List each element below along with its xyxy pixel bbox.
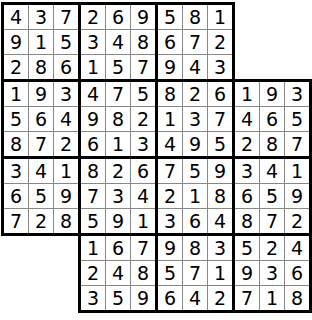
sudoku-cell-r7c3[interactable]: 1 [54, 158, 80, 184]
sudoku-cell-r2c6[interactable]: 8 [131, 30, 157, 55]
sudoku-cell-r8c4[interactable]: 7 [80, 184, 106, 209]
sudoku-cell-r4c6[interactable]: 5 [131, 81, 157, 107]
sudoku-cell-r8c3[interactable]: 9 [54, 184, 80, 209]
outside-board-area [260, 30, 285, 55]
sudoku-cell-r12c10[interactable]: 7 [234, 286, 260, 312]
outside-board-area [54, 235, 80, 261]
sudoku-cell-r10c11[interactable]: 2 [260, 235, 285, 261]
sudoku-cell-r5c3[interactable]: 4 [54, 107, 80, 132]
sudoku-cell-r3c9[interactable]: 3 [208, 55, 234, 81]
sudoku-cell-r7c7[interactable]: 7 [157, 158, 183, 184]
sudoku-cell-r7c10[interactable]: 3 [234, 158, 260, 184]
sudoku-cell-r9c11[interactable]: 7 [260, 209, 285, 235]
sudoku-board: 4372695819153486722861579431934758261935… [1, 2, 312, 313]
sudoku-cell-r5c10[interactable]: 4 [234, 107, 260, 132]
sudoku-cell-r7c4[interactable]: 8 [80, 158, 106, 184]
sudoku-cell-r1c8[interactable]: 8 [183, 4, 208, 30]
sudoku-cell-r7c12[interactable]: 1 [285, 158, 311, 184]
sudoku-cell-r11c9[interactable]: 1 [208, 261, 234, 286]
sudoku-cell-r11c12[interactable]: 6 [285, 261, 311, 286]
sudoku-cell-r7c11[interactable]: 4 [260, 158, 285, 184]
sudoku-cell-r4c8[interactable]: 2 [183, 81, 208, 107]
sudoku-cell-r1c2[interactable]: 3 [29, 4, 54, 30]
sudoku-cell-r10c6[interactable]: 7 [131, 235, 157, 261]
board-row-11: 248571936 [3, 261, 311, 286]
sudoku-cell-r9c9[interactable]: 4 [208, 209, 234, 235]
sudoku-cell-r10c4[interactable]: 1 [80, 235, 106, 261]
board-row-4: 193475826193 [3, 81, 311, 107]
outside-board-area [285, 30, 311, 55]
sudoku-cell-r9c7[interactable]: 3 [157, 209, 183, 235]
sudoku-cell-r9c3[interactable]: 8 [54, 209, 80, 235]
sudoku-cell-r3c2[interactable]: 8 [29, 55, 54, 81]
sudoku-cell-r4c10[interactable]: 1 [234, 81, 260, 107]
puzzle-diagram: 4372695819153486722861579431934758261935… [0, 0, 312, 315]
outside-board-area [29, 235, 54, 261]
sudoku-cell-r6c3[interactable]: 2 [54, 132, 80, 158]
sudoku-cell-r3c4[interactable]: 1 [80, 55, 106, 81]
sudoku-cell-r11c6[interactable]: 8 [131, 261, 157, 286]
outside-board-area [54, 286, 80, 312]
sudoku-cell-r1c7[interactable]: 5 [157, 4, 183, 30]
sudoku-cell-r11c5[interactable]: 4 [106, 261, 131, 286]
sudoku-cell-r1c1[interactable]: 4 [3, 4, 29, 30]
sudoku-cell-r1c5[interactable]: 6 [106, 4, 131, 30]
sudoku-cell-r10c8[interactable]: 8 [183, 235, 208, 261]
sudoku-cell-r6c10[interactable]: 2 [234, 132, 260, 158]
outside-board-area [285, 55, 311, 81]
sudoku-cell-r6c7[interactable]: 4 [157, 132, 183, 158]
sudoku-cell-r2c7[interactable]: 6 [157, 30, 183, 55]
sudoku-cell-r4c11[interactable]: 9 [260, 81, 285, 107]
outside-board-area [260, 55, 285, 81]
sudoku-cell-r7c9[interactable]: 9 [208, 158, 234, 184]
sudoku-cell-r8c9[interactable]: 8 [208, 184, 234, 209]
sudoku-cell-r3c7[interactable]: 9 [157, 55, 183, 81]
sudoku-cell-r8c6[interactable]: 4 [131, 184, 157, 209]
sudoku-cell-r9c2[interactable]: 2 [29, 209, 54, 235]
sudoku-cell-r5c5[interactable]: 8 [106, 107, 131, 132]
board-row-10: 167983524 [3, 235, 311, 261]
sudoku-cell-r6c4[interactable]: 6 [80, 132, 106, 158]
sudoku-cell-r9c12[interactable]: 2 [285, 209, 311, 235]
sudoku-cell-r10c10[interactable]: 5 [234, 235, 260, 261]
sudoku-cell-r1c4[interactable]: 2 [80, 4, 106, 30]
sudoku-cell-r6c6[interactable]: 3 [131, 132, 157, 158]
board-row-3: 286157943 [3, 55, 311, 81]
sudoku-cell-r7c6[interactable]: 6 [131, 158, 157, 184]
sudoku-cell-r5c2[interactable]: 6 [29, 107, 54, 132]
sudoku-cell-r12c5[interactable]: 5 [106, 286, 131, 312]
sudoku-cell-r12c12[interactable]: 8 [285, 286, 311, 312]
sudoku-cell-r3c5[interactable]: 5 [106, 55, 131, 81]
outside-board-area [3, 261, 29, 286]
sudoku-cell-r9c4[interactable]: 5 [80, 209, 106, 235]
sudoku-cell-r10c9[interactable]: 3 [208, 235, 234, 261]
sudoku-cell-r11c4[interactable]: 2 [80, 261, 106, 286]
outside-board-area [3, 286, 29, 312]
sudoku-cell-r2c2[interactable]: 1 [29, 30, 54, 55]
sudoku-cell-r4c2[interactable]: 9 [29, 81, 54, 107]
sudoku-cell-r5c11[interactable]: 6 [260, 107, 285, 132]
outside-board-area [285, 4, 311, 30]
sudoku-cell-r2c4[interactable]: 3 [80, 30, 106, 55]
sudoku-cell-r7c8[interactable]: 5 [183, 158, 208, 184]
sudoku-cell-r1c3[interactable]: 7 [54, 4, 80, 30]
outside-board-area [260, 4, 285, 30]
sudoku-cell-r8c10[interactable]: 6 [234, 184, 260, 209]
sudoku-cell-r8c7[interactable]: 2 [157, 184, 183, 209]
sudoku-cell-r8c2[interactable]: 5 [29, 184, 54, 209]
outside-board-area [234, 30, 260, 55]
board-row-7: 341826759341 [3, 158, 311, 184]
outside-board-area [29, 261, 54, 286]
sudoku-cell-r4c9[interactable]: 6 [208, 81, 234, 107]
sudoku-cell-r6c8[interactable]: 9 [183, 132, 208, 158]
board-row-1: 437269581 [3, 4, 311, 30]
sudoku-cell-r10c7[interactable]: 9 [157, 235, 183, 261]
outside-board-area [234, 4, 260, 30]
sudoku-cell-r1c6[interactable]: 9 [131, 4, 157, 30]
sudoku-cell-r6c9[interactable]: 5 [208, 132, 234, 158]
sudoku-cell-r4c4[interactable]: 4 [80, 81, 106, 107]
sudoku-cell-r8c1[interactable]: 6 [3, 184, 29, 209]
sudoku-cell-r1c9[interactable]: 1 [208, 4, 234, 30]
sudoku-cell-r3c8[interactable]: 4 [183, 55, 208, 81]
sudoku-cell-r4c5[interactable]: 7 [106, 81, 131, 107]
sudoku-cell-r9c6[interactable]: 1 [131, 209, 157, 235]
sudoku-cell-r6c2[interactable]: 7 [29, 132, 54, 158]
sudoku-cell-r10c12[interactable]: 4 [285, 235, 311, 261]
sudoku-cell-r3c6[interactable]: 7 [131, 55, 157, 81]
sudoku-cell-r4c7[interactable]: 8 [157, 81, 183, 107]
sudoku-cell-r5c7[interactable]: 1 [157, 107, 183, 132]
sudoku-cell-r8c12[interactable]: 9 [285, 184, 311, 209]
sudoku-cell-r12c11[interactable]: 1 [260, 286, 285, 312]
sudoku-cell-r4c3[interactable]: 3 [54, 81, 80, 107]
sudoku-cell-r12c9[interactable]: 2 [208, 286, 234, 312]
sudoku-cell-r5c12[interactable]: 5 [285, 107, 311, 132]
sudoku-cell-r4c12[interactable]: 3 [285, 81, 311, 107]
sudoku-cell-r9c8[interactable]: 6 [183, 209, 208, 235]
sudoku-cell-r9c10[interactable]: 8 [234, 209, 260, 235]
outside-board-area [3, 235, 29, 261]
sudoku-cell-r2c1[interactable]: 9 [3, 30, 29, 55]
sudoku-cell-r12c4[interactable]: 3 [80, 286, 106, 312]
sudoku-cell-r9c5[interactable]: 9 [106, 209, 131, 235]
sudoku-cell-r10c5[interactable]: 6 [106, 235, 131, 261]
sudoku-cell-r6c1[interactable]: 8 [3, 132, 29, 158]
sudoku-cell-r6c11[interactable]: 8 [260, 132, 285, 158]
outside-board-area [234, 55, 260, 81]
sudoku-cell-r12c7[interactable]: 6 [157, 286, 183, 312]
sudoku-cell-r7c5[interactable]: 2 [106, 158, 131, 184]
sudoku-cell-r2c5[interactable]: 4 [106, 30, 131, 55]
sudoku-cell-r7c2[interactable]: 4 [29, 158, 54, 184]
sudoku-cell-r2c3[interactable]: 5 [54, 30, 80, 55]
board-row-8: 659734218659 [3, 184, 311, 209]
sudoku-cell-r8c11[interactable]: 5 [260, 184, 285, 209]
sudoku-cell-r6c12[interactable]: 7 [285, 132, 311, 158]
sudoku-cell-r5c1[interactable]: 5 [3, 107, 29, 132]
sudoku-cell-r2c9[interactable]: 2 [208, 30, 234, 55]
sudoku-cell-r12c6[interactable]: 9 [131, 286, 157, 312]
sudoku-cell-r2c8[interactable]: 7 [183, 30, 208, 55]
board-row-2: 915348672 [3, 30, 311, 55]
sudoku-cell-r11c8[interactable]: 7 [183, 261, 208, 286]
board-row-6: 872613495287 [3, 132, 311, 158]
sudoku-cell-r4c1[interactable]: 1 [3, 81, 29, 107]
board-row-5: 564982137465 [3, 107, 311, 132]
sudoku-cell-r3c3[interactable]: 6 [54, 55, 80, 81]
sudoku-cell-r8c5[interactable]: 3 [106, 184, 131, 209]
sudoku-cell-r5c8[interactable]: 3 [183, 107, 208, 132]
sudoku-cell-r11c7[interactable]: 5 [157, 261, 183, 286]
sudoku-cell-r3c1[interactable]: 2 [3, 55, 29, 81]
sudoku-cell-r5c4[interactable]: 9 [80, 107, 106, 132]
outside-board-area [29, 286, 54, 312]
board-row-9: 728591364872 [3, 209, 311, 235]
sudoku-cell-r7c1[interactable]: 3 [3, 158, 29, 184]
sudoku-cell-r11c11[interactable]: 3 [260, 261, 285, 286]
outside-board-area [54, 261, 80, 286]
sudoku-cell-r12c8[interactable]: 4 [183, 286, 208, 312]
sudoku-cell-r6c5[interactable]: 1 [106, 132, 131, 158]
board-row-12: 359642718 [3, 286, 311, 312]
sudoku-cell-r11c10[interactable]: 9 [234, 261, 260, 286]
sudoku-cell-r9c1[interactable]: 7 [3, 209, 29, 235]
sudoku-cell-r5c9[interactable]: 7 [208, 107, 234, 132]
sudoku-cell-r8c8[interactable]: 1 [183, 184, 208, 209]
sudoku-cell-r5c6[interactable]: 2 [131, 107, 157, 132]
